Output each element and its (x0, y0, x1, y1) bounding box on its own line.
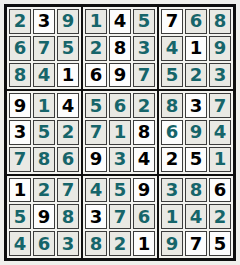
cell-r4c4[interactable]: 5 (85, 93, 107, 118)
cell-r5c9[interactable]: 4 (209, 120, 231, 145)
cell-r6c2[interactable]: 8 (33, 147, 55, 172)
cell-r3c2[interactable]: 4 (33, 63, 55, 88)
cell-r3c7[interactable]: 5 (161, 63, 183, 88)
cell-r3c3[interactable]: 1 (57, 63, 79, 88)
cell-r1c4[interactable]: 1 (85, 9, 107, 34)
cell-r4c3[interactable]: 4 (57, 93, 79, 118)
cell-r9c9[interactable]: 5 (209, 231, 231, 256)
cell-r8c7[interactable]: 1 (161, 204, 183, 229)
cell-r1c8[interactable]: 6 (185, 9, 207, 34)
cell-r1c6[interactable]: 5 (133, 9, 155, 34)
cell-r5c2[interactable]: 5 (33, 120, 55, 145)
cell-r2c6[interactable]: 3 (133, 36, 155, 61)
cell-r8c4[interactable]: 3 (85, 204, 107, 229)
cell-r4c6[interactable]: 2 (133, 93, 155, 118)
cell-r4c5[interactable]: 6 (109, 93, 131, 118)
cell-r3c8[interactable]: 2 (185, 63, 207, 88)
cell-r6c9[interactable]: 1 (209, 147, 231, 172)
cell-r5c1[interactable]: 3 (9, 120, 31, 145)
cell-r1c7[interactable]: 7 (161, 9, 183, 34)
cell-r9c1[interactable]: 4 (9, 231, 31, 256)
cell-r7c5[interactable]: 5 (109, 178, 131, 203)
box-3-1: 127598463 (7, 176, 81, 258)
cell-r9c6[interactable]: 1 (133, 231, 155, 256)
sudoku-board: 2396758411452836977684195239143527865627… (4, 4, 236, 261)
cell-r7c4[interactable]: 4 (85, 178, 107, 203)
cell-r2c2[interactable]: 7 (33, 36, 55, 61)
cell-r7c9[interactable]: 6 (209, 178, 231, 203)
cell-r6c1[interactable]: 7 (9, 147, 31, 172)
box-1-3: 768419523 (159, 7, 233, 89)
box-2-1: 914352786 (7, 91, 81, 173)
cell-r8c9[interactable]: 2 (209, 204, 231, 229)
cell-r6c5[interactable]: 3 (109, 147, 131, 172)
cell-r8c8[interactable]: 4 (185, 204, 207, 229)
cell-r7c7[interactable]: 3 (161, 178, 183, 203)
cell-r4c1[interactable]: 9 (9, 93, 31, 118)
cell-r4c7[interactable]: 8 (161, 93, 183, 118)
box-2-3: 837694251 (159, 91, 233, 173)
cell-r7c6[interactable]: 9 (133, 178, 155, 203)
cell-r5c7[interactable]: 6 (161, 120, 183, 145)
box-1-2: 145283697 (83, 7, 157, 89)
cell-r4c9[interactable]: 7 (209, 93, 231, 118)
cell-r5c5[interactable]: 1 (109, 120, 131, 145)
cell-r1c2[interactable]: 3 (33, 9, 55, 34)
cell-r6c8[interactable]: 5 (185, 147, 207, 172)
cell-r9c7[interactable]: 9 (161, 231, 183, 256)
cell-r8c1[interactable]: 5 (9, 204, 31, 229)
cell-r5c3[interactable]: 2 (57, 120, 79, 145)
cell-r1c3[interactable]: 9 (57, 9, 79, 34)
cell-r8c6[interactable]: 6 (133, 204, 155, 229)
cell-r9c8[interactable]: 7 (185, 231, 207, 256)
cell-r2c8[interactable]: 1 (185, 36, 207, 61)
cell-r2c3[interactable]: 5 (57, 36, 79, 61)
cell-r4c8[interactable]: 3 (185, 93, 207, 118)
cell-r1c5[interactable]: 4 (109, 9, 131, 34)
cell-r8c5[interactable]: 7 (109, 204, 131, 229)
cell-r2c5[interactable]: 8 (109, 36, 131, 61)
cell-r2c7[interactable]: 4 (161, 36, 183, 61)
cell-r6c4[interactable]: 9 (85, 147, 107, 172)
box-1-1: 239675841 (7, 7, 81, 89)
cell-r7c3[interactable]: 7 (57, 178, 79, 203)
cell-r1c9[interactable]: 8 (209, 9, 231, 34)
cell-r5c4[interactable]: 7 (85, 120, 107, 145)
cell-r1c1[interactable]: 2 (9, 9, 31, 34)
cell-r8c2[interactable]: 9 (33, 204, 55, 229)
cell-r3c6[interactable]: 7 (133, 63, 155, 88)
cell-r6c3[interactable]: 6 (57, 147, 79, 172)
cell-r3c4[interactable]: 6 (85, 63, 107, 88)
cell-r9c2[interactable]: 6 (33, 231, 55, 256)
box-3-2: 459376821 (83, 176, 157, 258)
cell-r3c1[interactable]: 8 (9, 63, 31, 88)
cell-r4c2[interactable]: 1 (33, 93, 55, 118)
cell-r6c6[interactable]: 4 (133, 147, 155, 172)
cell-r5c6[interactable]: 8 (133, 120, 155, 145)
box-3-3: 386142975 (159, 176, 233, 258)
cell-r7c8[interactable]: 8 (185, 178, 207, 203)
cell-r9c5[interactable]: 2 (109, 231, 131, 256)
cell-r6c7[interactable]: 2 (161, 147, 183, 172)
cell-r7c1[interactable]: 1 (9, 178, 31, 203)
cell-r8c3[interactable]: 8 (57, 204, 79, 229)
cell-r2c4[interactable]: 2 (85, 36, 107, 61)
cell-r9c4[interactable]: 8 (85, 231, 107, 256)
cell-r9c3[interactable]: 3 (57, 231, 79, 256)
box-2-2: 562718934 (83, 91, 157, 173)
cell-r2c9[interactable]: 9 (209, 36, 231, 61)
cell-r3c5[interactable]: 9 (109, 63, 131, 88)
cell-r7c2[interactable]: 2 (33, 178, 55, 203)
cell-r2c1[interactable]: 6 (9, 36, 31, 61)
cell-r3c9[interactable]: 3 (209, 63, 231, 88)
cell-r5c8[interactable]: 9 (185, 120, 207, 145)
